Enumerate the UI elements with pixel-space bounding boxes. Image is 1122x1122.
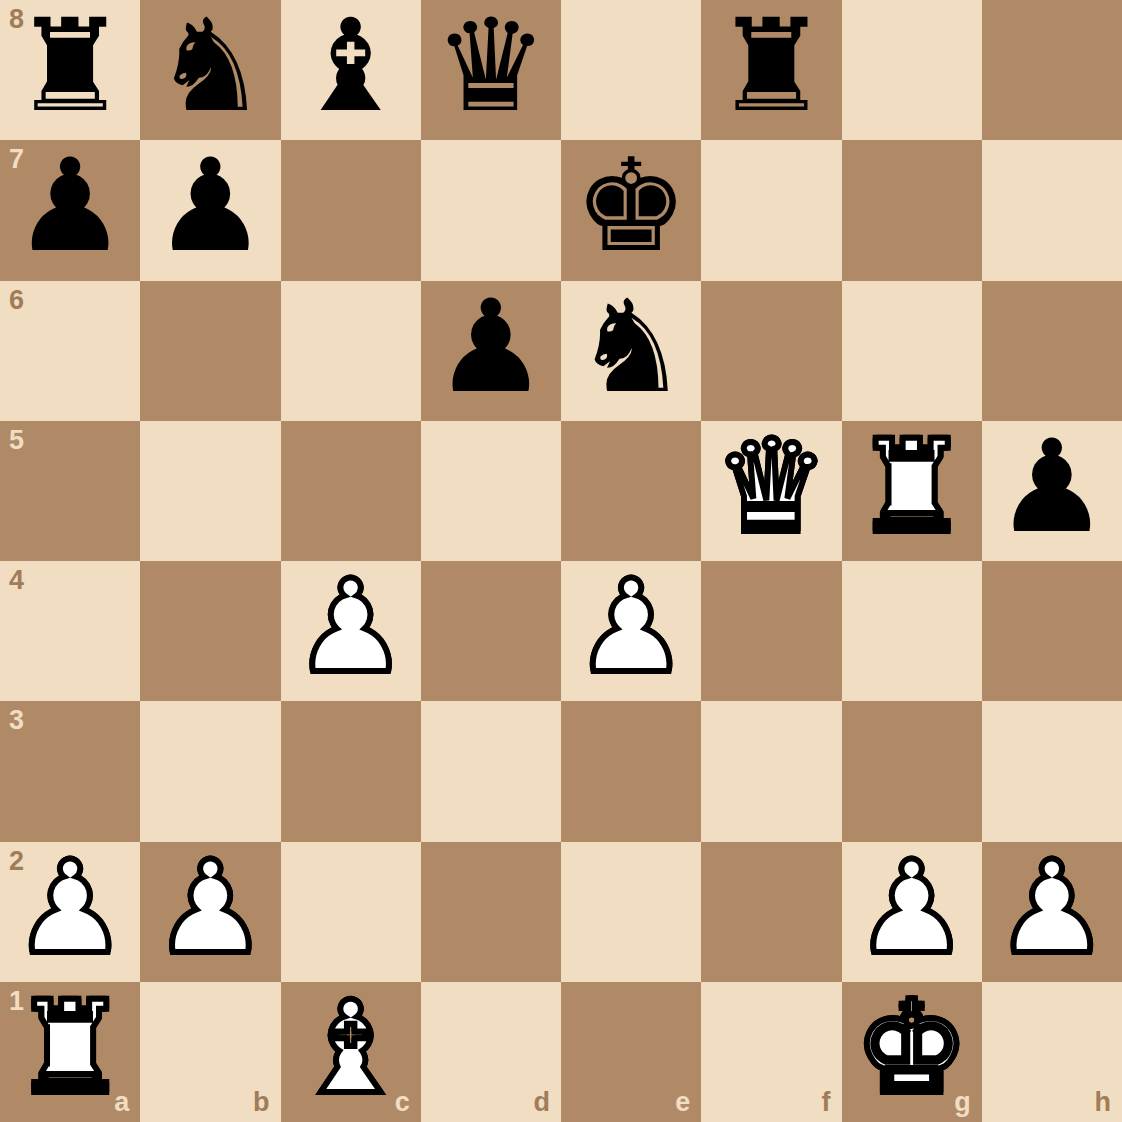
square-f7[interactable] — [701, 140, 841, 280]
square-g2[interactable]: ♟ — [842, 842, 982, 982]
square-a5[interactable]: 5 — [0, 421, 140, 561]
square-e8[interactable] — [561, 0, 701, 140]
square-d8[interactable]: ♛ — [421, 0, 561, 140]
square-e5[interactable] — [561, 421, 701, 561]
square-f4[interactable] — [701, 561, 841, 701]
black-pawn-b7[interactable]: ♟ — [153, 142, 268, 270]
file-label-e: e — [675, 1089, 690, 1116]
square-h6[interactable] — [982, 281, 1122, 421]
square-a2[interactable]: 2♟ — [0, 842, 140, 982]
black-pawn-d6[interactable]: ♟ — [434, 283, 549, 411]
square-b8[interactable]: ♞ — [140, 0, 280, 140]
rank-label-4: 4 — [9, 567, 24, 594]
square-a3[interactable]: 3 — [0, 701, 140, 841]
white-pawn-b2[interactable]: ♟ — [153, 844, 268, 972]
square-b6[interactable] — [140, 281, 280, 421]
square-b2[interactable]: ♟ — [140, 842, 280, 982]
square-h5[interactable]: ♟ — [982, 421, 1122, 561]
white-pawn-h2[interactable]: ♟ — [995, 844, 1110, 972]
square-a6[interactable]: 6 — [0, 281, 140, 421]
square-a4[interactable]: 4 — [0, 561, 140, 701]
square-c6[interactable] — [281, 281, 421, 421]
black-knight-b8[interactable]: ♞ — [153, 2, 268, 130]
square-c8[interactable]: ♝ — [281, 0, 421, 140]
white-rook-g5[interactable]: ♜ — [854, 423, 969, 551]
white-pawn-a2[interactable]: ♟ — [13, 844, 128, 972]
file-label-b: b — [253, 1089, 270, 1116]
rank-label-5: 5 — [9, 427, 24, 454]
square-d3[interactable] — [421, 701, 561, 841]
file-label-f: f — [822, 1089, 831, 1116]
square-f2[interactable] — [701, 842, 841, 982]
black-pawn-a7[interactable]: ♟ — [13, 142, 128, 270]
square-d6[interactable]: ♟ — [421, 281, 561, 421]
square-e7[interactable]: ♚ — [561, 140, 701, 280]
square-f3[interactable] — [701, 701, 841, 841]
square-h3[interactable] — [982, 701, 1122, 841]
square-f6[interactable] — [701, 281, 841, 421]
square-c3[interactable] — [281, 701, 421, 841]
black-king-e7[interactable]: ♚ — [574, 142, 689, 270]
white-pawn-c4[interactable]: ♟ — [293, 563, 408, 691]
square-f8[interactable]: ♜ — [701, 0, 841, 140]
square-a7[interactable]: 7♟ — [0, 140, 140, 280]
file-label-d: d — [534, 1089, 551, 1116]
chess-board: 8♜♞♝♛♜7♟♟♚6♟♞5♛♜♟4♟♟32♟♟♟♟1a♜bc♝defg♚h — [0, 0, 1122, 1122]
black-knight-e6[interactable]: ♞ — [574, 283, 689, 411]
square-g8[interactable] — [842, 0, 982, 140]
square-e1[interactable]: e — [561, 982, 701, 1122]
square-d1[interactable]: d — [421, 982, 561, 1122]
square-d4[interactable] — [421, 561, 561, 701]
square-b5[interactable] — [140, 421, 280, 561]
square-g6[interactable] — [842, 281, 982, 421]
square-a8[interactable]: 8♜ — [0, 0, 140, 140]
white-rook-a1[interactable]: ♜ — [13, 984, 128, 1112]
square-f1[interactable]: f — [701, 982, 841, 1122]
square-c5[interactable] — [281, 421, 421, 561]
black-queen-d8[interactable]: ♛ — [434, 2, 549, 130]
square-h7[interactable] — [982, 140, 1122, 280]
square-g3[interactable] — [842, 701, 982, 841]
square-g5[interactable]: ♜ — [842, 421, 982, 561]
white-pawn-g2[interactable]: ♟ — [854, 844, 969, 972]
square-f5[interactable]: ♛ — [701, 421, 841, 561]
black-rook-f8[interactable]: ♜ — [714, 2, 829, 130]
square-g7[interactable] — [842, 140, 982, 280]
square-e6[interactable]: ♞ — [561, 281, 701, 421]
white-pawn-e4[interactable]: ♟ — [574, 563, 689, 691]
file-label-h: h — [1095, 1089, 1112, 1116]
square-b7[interactable]: ♟ — [140, 140, 280, 280]
rank-label-6: 6 — [9, 287, 24, 314]
square-d5[interactable] — [421, 421, 561, 561]
square-g4[interactable] — [842, 561, 982, 701]
square-c2[interactable] — [281, 842, 421, 982]
square-c4[interactable]: ♟ — [281, 561, 421, 701]
square-b4[interactable] — [140, 561, 280, 701]
black-rook-a8[interactable]: ♜ — [13, 2, 128, 130]
square-d2[interactable] — [421, 842, 561, 982]
square-e3[interactable] — [561, 701, 701, 841]
square-e4[interactable]: ♟ — [561, 561, 701, 701]
square-h8[interactable] — [982, 0, 1122, 140]
white-bishop-c1[interactable]: ♝ — [293, 984, 408, 1112]
white-king-g1[interactable]: ♚ — [854, 984, 969, 1112]
white-queen-f5[interactable]: ♛ — [714, 423, 829, 551]
black-pawn-h5[interactable]: ♟ — [995, 423, 1110, 551]
square-g1[interactable]: g♚ — [842, 982, 982, 1122]
square-d7[interactable] — [421, 140, 561, 280]
rank-label-3: 3 — [9, 707, 24, 734]
square-e2[interactable] — [561, 842, 701, 982]
square-h1[interactable]: h — [982, 982, 1122, 1122]
square-h2[interactable]: ♟ — [982, 842, 1122, 982]
square-a1[interactable]: 1a♜ — [0, 982, 140, 1122]
square-c7[interactable] — [281, 140, 421, 280]
square-c1[interactable]: c♝ — [281, 982, 421, 1122]
square-b1[interactable]: b — [140, 982, 280, 1122]
black-bishop-c8[interactable]: ♝ — [293, 2, 408, 130]
square-b3[interactable] — [140, 701, 280, 841]
square-h4[interactable] — [982, 561, 1122, 701]
